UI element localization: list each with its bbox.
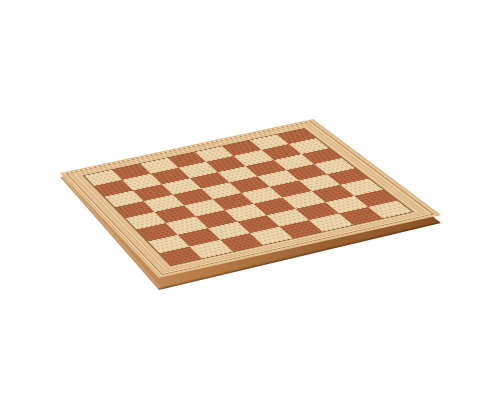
chessboard (60, 119, 441, 278)
product-photo (0, 0, 500, 400)
